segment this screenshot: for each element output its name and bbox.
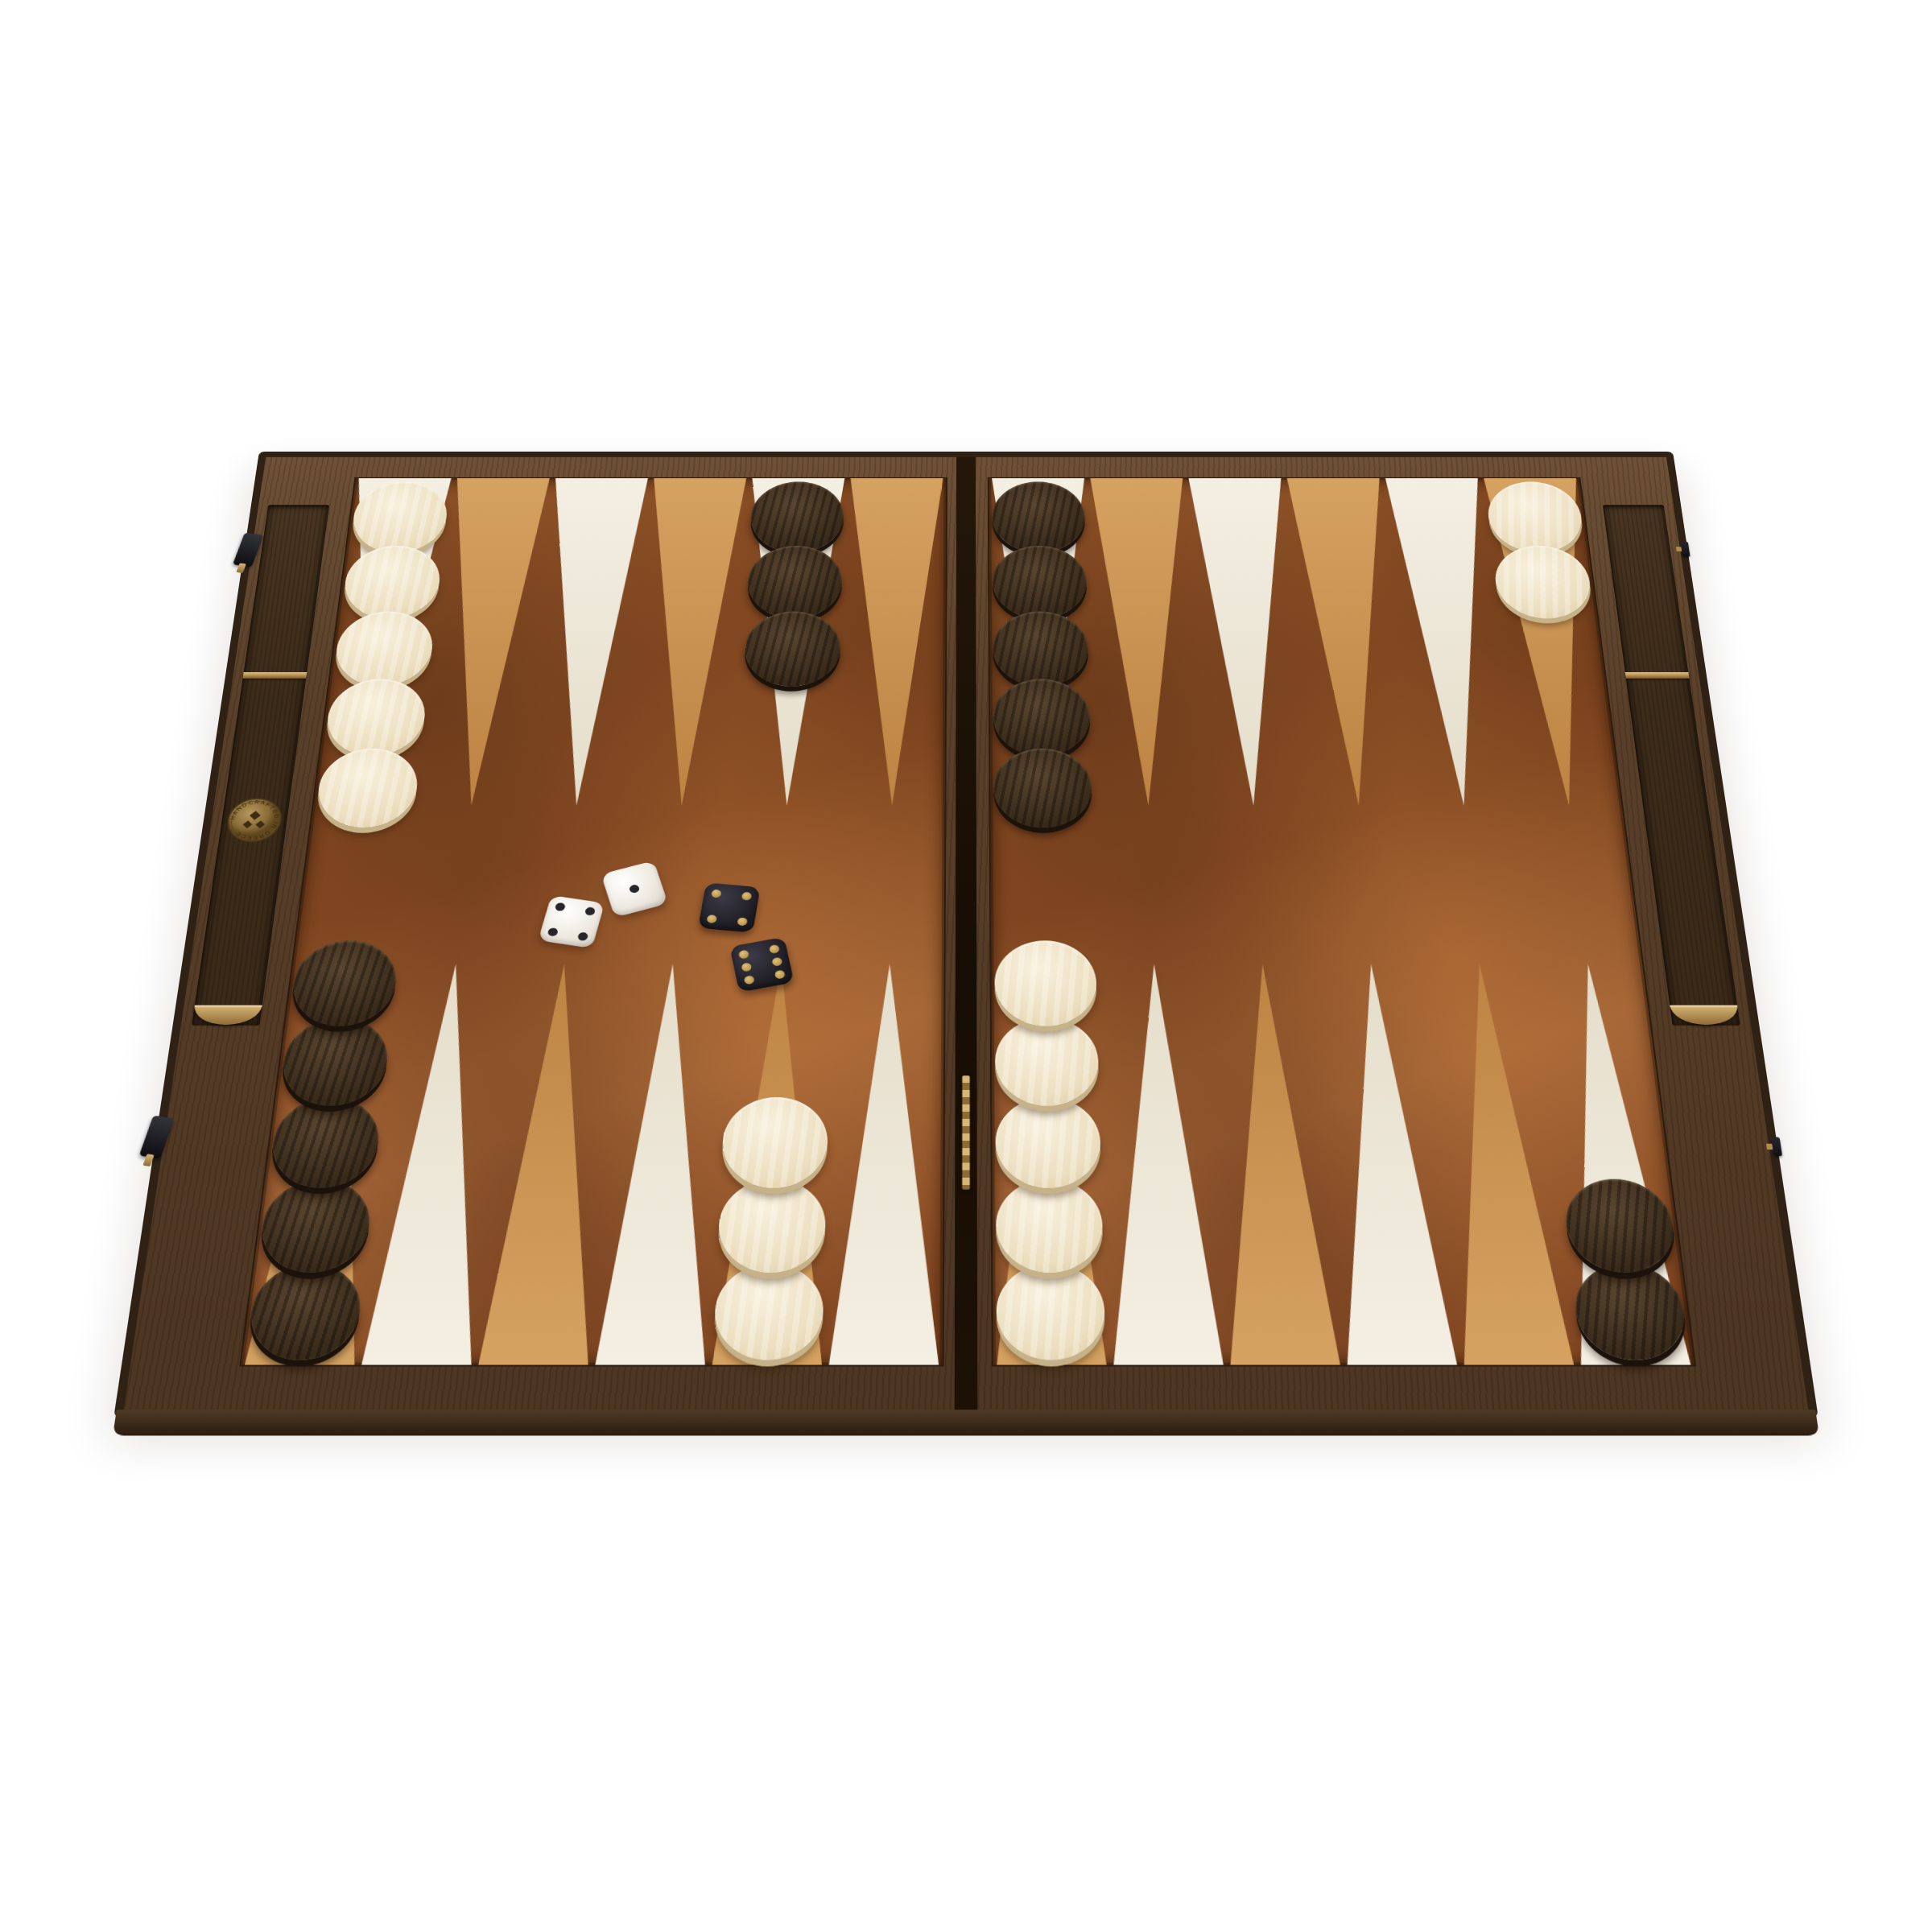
brass-hinge <box>962 1075 970 1190</box>
checker-brown[interactable] <box>993 546 1088 619</box>
checker-brown[interactable] <box>993 612 1089 687</box>
latch-pin-top-right <box>1680 542 1690 557</box>
checker-cream[interactable] <box>997 1264 1106 1360</box>
point-b2[interactable] <box>358 964 510 1365</box>
checker-brown[interactable] <box>746 546 843 619</box>
backgammon-board: HANDCRAFTED IN GREECE <box>114 452 1818 1418</box>
point-t4[interactable] <box>629 478 749 805</box>
point-b11[interactable] <box>1425 964 1577 1365</box>
checker-cream[interactable] <box>995 940 1098 1026</box>
checker-cream[interactable] <box>332 612 436 687</box>
point-b8[interactable] <box>1100 964 1227 1365</box>
latch-pin-bottom-right <box>1771 1137 1782 1157</box>
point-b4[interactable] <box>592 964 727 1365</box>
field-wrap-left <box>220 457 956 1410</box>
checker-brown[interactable] <box>279 1018 392 1105</box>
checker-cream[interactable] <box>996 1097 1102 1188</box>
point-t8[interactable] <box>1088 478 1201 805</box>
checker-brown[interactable] <box>993 749 1092 828</box>
point-b6[interactable] <box>825 964 943 1365</box>
brand-medallion: HANDCRAFTED IN GREECE <box>222 797 286 844</box>
brass-inlay <box>243 672 308 679</box>
checker-cream[interactable] <box>720 1097 828 1188</box>
checker-cream[interactable] <box>341 546 444 619</box>
checker-brown[interactable] <box>993 679 1091 756</box>
hinge-gap <box>955 457 978 1410</box>
playing-field-right <box>988 477 1697 1367</box>
point-b9[interactable] <box>1208 964 1344 1365</box>
point-t3[interactable] <box>524 478 651 805</box>
board-half-right <box>976 457 1808 1410</box>
checker-brown[interactable] <box>743 612 840 687</box>
medallion-graphic: HANDCRAFTED IN GREECE <box>222 797 286 844</box>
brass-inlay <box>1625 672 1690 679</box>
point-t6[interactable] <box>840 478 946 805</box>
photo-canvas: HANDCRAFTED IN GREECE <box>0 0 1932 1932</box>
checker-cream[interactable] <box>996 1179 1104 1273</box>
checker-brown[interactable] <box>257 1179 374 1273</box>
point-b3[interactable] <box>475 964 618 1365</box>
checker-cream[interactable] <box>314 749 421 828</box>
playing-field-left <box>239 477 947 1367</box>
checker-brown[interactable] <box>268 1097 384 1188</box>
point-t10[interactable] <box>1284 478 1411 805</box>
point-t9[interactable] <box>1186 478 1307 805</box>
checker-cream[interactable] <box>1492 546 1594 619</box>
point-b10[interactable] <box>1317 964 1461 1365</box>
scene: HANDCRAFTED IN GREECE <box>0 0 1932 1932</box>
checker-brown[interactable] <box>993 481 1086 552</box>
checker-cream[interactable] <box>995 1018 1100 1105</box>
checker-cream[interactable] <box>324 679 429 756</box>
checker-brown[interactable] <box>289 940 401 1026</box>
checker-brown[interactable] <box>1561 1179 1678 1273</box>
field-wrap-right <box>976 457 1712 1410</box>
board-half-left: HANDCRAFTED IN GREECE <box>124 457 956 1410</box>
